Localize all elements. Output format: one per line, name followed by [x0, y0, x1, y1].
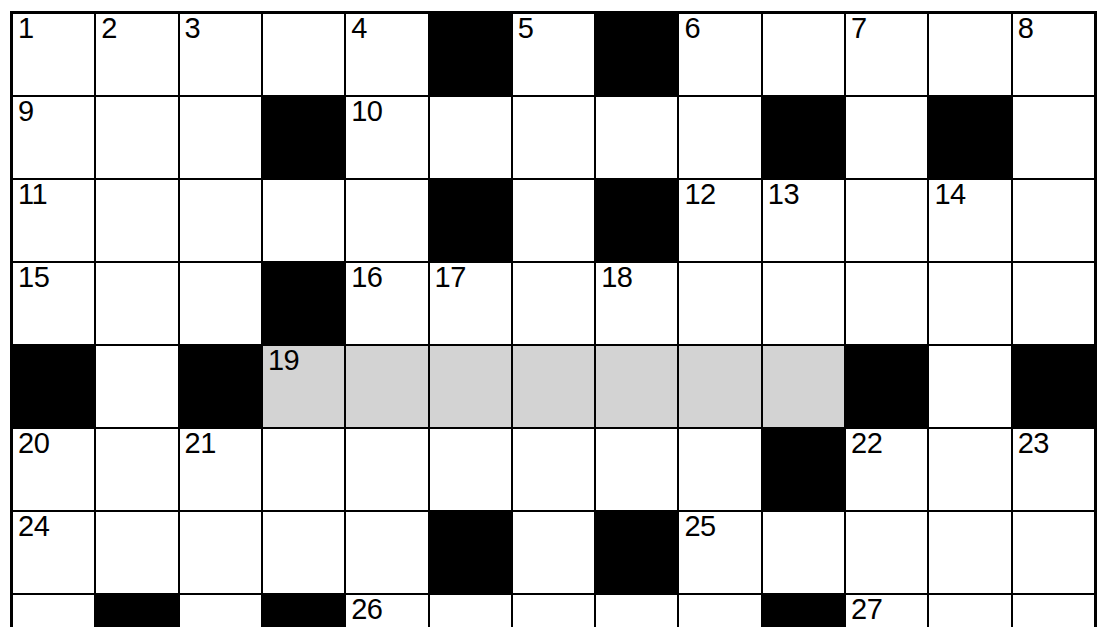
- clue-number: 2: [101, 12, 117, 45]
- cell-r8c7[interactable]: [513, 595, 594, 627]
- cell-r8c1[interactable]: [13, 595, 94, 627]
- clue-number: 5: [518, 12, 534, 45]
- clue-number: 22: [851, 427, 882, 460]
- cell-r6c11[interactable]: 22: [846, 429, 927, 510]
- cell-r1c9[interactable]: 6: [679, 14, 760, 95]
- clue-number: 11: [18, 178, 47, 211]
- cell-r4c6[interactable]: 17: [430, 263, 511, 344]
- cell-r2c2[interactable]: [96, 97, 177, 178]
- cell-r8c3[interactable]: [180, 595, 261, 627]
- cell-r7c12[interactable]: [929, 512, 1010, 593]
- cell-r5c12[interactable]: [929, 346, 1010, 427]
- clue-number: 1: [18, 12, 34, 45]
- cell-r6c6[interactable]: [430, 429, 511, 510]
- cell-r5c1: [13, 346, 94, 427]
- cell-r2c13[interactable]: [1013, 97, 1094, 178]
- clue-number: 23: [1018, 427, 1049, 460]
- cell-r6c13[interactable]: 23: [1013, 429, 1094, 510]
- cell-r6c9[interactable]: [679, 429, 760, 510]
- clue-number: 4: [351, 12, 367, 45]
- cell-r7c3[interactable]: [180, 512, 261, 593]
- cell-r2c7[interactable]: [513, 97, 594, 178]
- cell-r6c2[interactable]: [96, 429, 177, 510]
- cell-r8c2: [96, 595, 177, 627]
- cell-r1c10[interactable]: [763, 14, 844, 95]
- cell-r8c11[interactable]: 27: [846, 595, 927, 627]
- cell-r6c10: [763, 429, 844, 510]
- cell-r3c1[interactable]: 11: [13, 180, 94, 261]
- cell-r3c10[interactable]: 13: [763, 180, 844, 261]
- cell-r4c5[interactable]: 16: [346, 263, 427, 344]
- cell-r6c4[interactable]: [263, 429, 344, 510]
- cell-r3c2[interactable]: [96, 180, 177, 261]
- cell-r8c6[interactable]: [430, 595, 511, 627]
- cell-r4c10[interactable]: [763, 263, 844, 344]
- cell-r5c4[interactable]: 19: [263, 346, 344, 427]
- cell-r7c8: [596, 512, 677, 593]
- clue-number: 12: [684, 178, 715, 211]
- cell-r3c4[interactable]: [263, 180, 344, 261]
- cell-r7c2[interactable]: [96, 512, 177, 593]
- cell-r2c3[interactable]: [180, 97, 261, 178]
- clue-number: 19: [268, 344, 299, 377]
- cell-r8c4: [263, 595, 344, 627]
- cell-r4c7[interactable]: [513, 263, 594, 344]
- cell-r7c5[interactable]: [346, 512, 427, 593]
- cell-r8c9[interactable]: [679, 595, 760, 627]
- cell-r4c9[interactable]: [679, 263, 760, 344]
- cell-r1c8: [596, 14, 677, 95]
- cell-r3c6: [430, 180, 511, 261]
- cell-r4c3[interactable]: [180, 263, 261, 344]
- cell-r1c4[interactable]: [263, 14, 344, 95]
- cell-r1c3[interactable]: 3: [180, 14, 261, 95]
- cell-r4c2[interactable]: [96, 263, 177, 344]
- clue-number: 10: [351, 95, 382, 128]
- cell-r3c9[interactable]: 12: [679, 180, 760, 261]
- cell-r5c3: [180, 346, 261, 427]
- clue-number: 17: [435, 261, 466, 294]
- clue-number: 3: [185, 12, 201, 45]
- cell-r2c6[interactable]: [430, 97, 511, 178]
- cell-r1c1[interactable]: 1: [13, 14, 94, 95]
- clue-number: 21: [185, 427, 216, 460]
- cell-r7c6: [430, 512, 511, 593]
- cell-r2c8[interactable]: [596, 97, 677, 178]
- clue-number: 15: [18, 261, 49, 294]
- cell-r7c13[interactable]: [1013, 512, 1094, 593]
- cell-r1c13[interactable]: 8: [1013, 14, 1094, 95]
- cell-r7c7[interactable]: [513, 512, 594, 593]
- cell-r2c10: [763, 97, 844, 178]
- cell-r6c5[interactable]: [346, 429, 427, 510]
- cell-r1c12[interactable]: [929, 14, 1010, 95]
- cell-r4c13[interactable]: [1013, 263, 1094, 344]
- clue-number: 20: [18, 427, 49, 460]
- cell-r1c5[interactable]: 4: [346, 14, 427, 95]
- cell-r5c7[interactable]: [513, 346, 594, 427]
- cell-r3c8: [596, 180, 677, 261]
- cell-r5c8[interactable]: [596, 346, 677, 427]
- cell-r3c7[interactable]: [513, 180, 594, 261]
- cell-r7c4[interactable]: [263, 512, 344, 593]
- clue-number: 24: [18, 510, 49, 543]
- cell-r6c7[interactable]: [513, 429, 594, 510]
- cell-r5c6[interactable]: [430, 346, 511, 427]
- cell-r8c13[interactable]: [1013, 595, 1094, 627]
- cell-r3c5[interactable]: [346, 180, 427, 261]
- cell-r8c8[interactable]: [596, 595, 677, 627]
- cell-r4c8[interactable]: 18: [596, 263, 677, 344]
- cell-r6c1[interactable]: 20: [13, 429, 94, 510]
- cell-r7c10[interactable]: [763, 512, 844, 593]
- cell-r5c2[interactable]: [96, 346, 177, 427]
- cell-r3c12[interactable]: 14: [929, 180, 1010, 261]
- cell-r3c11[interactable]: [846, 180, 927, 261]
- cell-r2c9[interactable]: [679, 97, 760, 178]
- clue-number: 9: [18, 95, 34, 128]
- clue-number: 18: [601, 261, 632, 294]
- cell-r8c10: [763, 595, 844, 627]
- cell-r7c1[interactable]: 24: [13, 512, 94, 593]
- cell-r2c1[interactable]: 9: [13, 97, 94, 178]
- cell-r4c1[interactable]: 15: [13, 263, 94, 344]
- cell-r7c9[interactable]: 25: [679, 512, 760, 593]
- cell-r7c11[interactable]: [846, 512, 927, 593]
- cell-r5c11: [846, 346, 927, 427]
- cell-r2c12: [929, 97, 1010, 178]
- cell-r6c8[interactable]: [596, 429, 677, 510]
- clue-number: 27: [851, 593, 882, 626]
- cell-r5c10[interactable]: [763, 346, 844, 427]
- clue-number: 26: [351, 593, 382, 626]
- clue-number: 16: [351, 261, 382, 294]
- cell-r4c11[interactable]: [846, 263, 927, 344]
- clue-number: 25: [684, 510, 715, 543]
- cell-r2c5[interactable]: 10: [346, 97, 427, 178]
- clue-number: 6: [684, 12, 700, 45]
- clue-number: 13: [768, 178, 799, 211]
- cell-r5c5[interactable]: [346, 346, 427, 427]
- cell-r2c11[interactable]: [846, 97, 927, 178]
- cell-r1c11[interactable]: 7: [846, 14, 927, 95]
- cell-r5c13: [1013, 346, 1094, 427]
- cell-r8c12[interactable]: [929, 595, 1010, 627]
- cell-r3c3[interactable]: [180, 180, 261, 261]
- cell-r8c5[interactable]: 26: [346, 595, 427, 627]
- cell-r6c3[interactable]: 21: [180, 429, 261, 510]
- cell-r1c2[interactable]: 2: [96, 14, 177, 95]
- crossword-page: 1234567891011121314151617181920212223242…: [0, 0, 1099, 627]
- cell-r2c4: [263, 97, 344, 178]
- cell-r5c9[interactable]: [679, 346, 760, 427]
- clue-number: 8: [1018, 12, 1034, 45]
- cell-r3c13[interactable]: [1013, 180, 1094, 261]
- crossword-grid: 1234567891011121314151617181920212223242…: [10, 11, 1097, 627]
- clue-number: 14: [934, 178, 965, 211]
- cell-r4c12[interactable]: [929, 263, 1010, 344]
- cell-r1c6: [430, 14, 511, 95]
- cell-r4c4: [263, 263, 344, 344]
- clue-number: 7: [851, 12, 867, 45]
- cell-r6c12[interactable]: [929, 429, 1010, 510]
- cell-r1c7[interactable]: 5: [513, 14, 594, 95]
